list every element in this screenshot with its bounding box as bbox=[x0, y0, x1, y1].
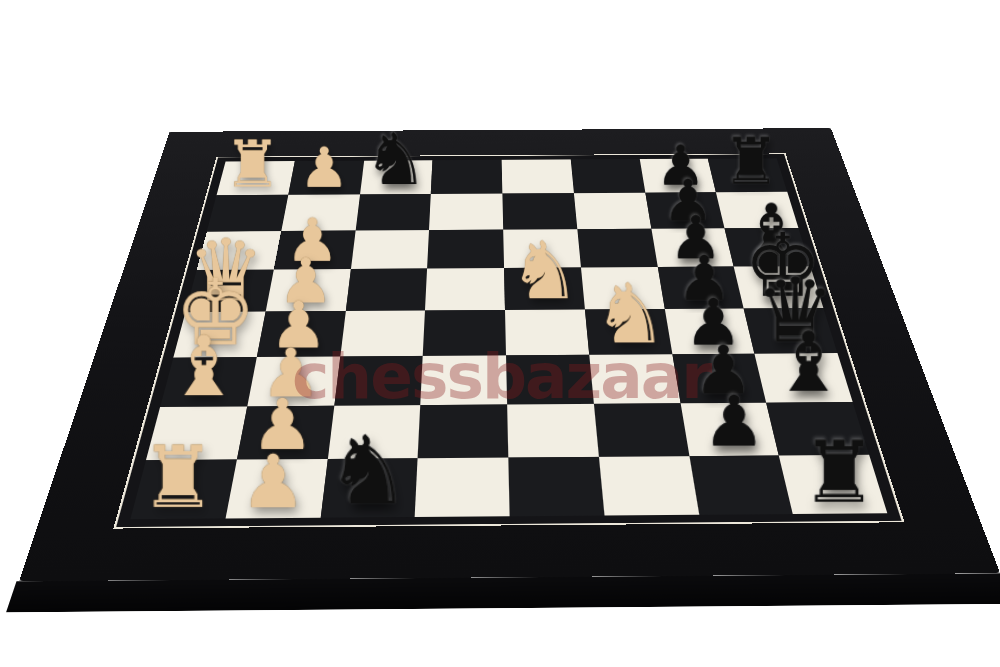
square-e5[interactable]: ♞ bbox=[504, 268, 585, 310]
board-grid: ♜♟♞♟♜♟♟♟♝♛♟♞♟♚♚♟♞♟♛♝♟♟♝♟♟♜♟♞♜ bbox=[130, 158, 887, 519]
square-a3[interactable]: ♞ bbox=[320, 458, 418, 517]
square-h6[interactable] bbox=[571, 159, 645, 193]
square-f6[interactable] bbox=[577, 229, 657, 268]
board-scene: ♜♟♞♟♜♟♟♟♝♛♟♞♟♚♚♟♞♟♛♝♟♟♝♟♟♜♟♞♜ bbox=[0, 0, 1000, 667]
square-g6[interactable] bbox=[574, 193, 651, 229]
square-e4[interactable] bbox=[425, 268, 505, 310]
black-rook-a8[interactable]: ♜ bbox=[792, 430, 886, 515]
white-pawn-h2[interactable]: ♟ bbox=[288, 140, 359, 195]
square-h4[interactable] bbox=[431, 160, 502, 194]
square-e3[interactable] bbox=[345, 269, 427, 311]
white-pawn-a2[interactable]: ♟ bbox=[226, 446, 321, 520]
square-a6[interactable] bbox=[599, 456, 699, 515]
white-rook-h1[interactable]: ♜ bbox=[217, 132, 288, 196]
black-rook-h8[interactable]: ♜ bbox=[716, 129, 787, 193]
square-a5[interactable] bbox=[508, 457, 604, 516]
square-g4[interactable] bbox=[429, 193, 503, 229]
white-rook-a1[interactable]: ♜ bbox=[131, 435, 226, 520]
black-knight-a3[interactable]: ♞ bbox=[320, 424, 415, 519]
black-knight-h3[interactable]: ♞ bbox=[360, 124, 431, 196]
square-g3[interactable] bbox=[355, 194, 431, 231]
white-bishop-c1[interactable]: ♝ bbox=[161, 325, 248, 408]
square-f3[interactable] bbox=[350, 230, 429, 269]
square-a7[interactable] bbox=[689, 456, 793, 515]
square-a4[interactable] bbox=[415, 458, 510, 517]
square-h2[interactable]: ♟ bbox=[288, 161, 364, 195]
photo-canvas: ♜♟♞♟♜♟♟♟♝♛♟♞♟♚♚♟♞♟♛♝♟♟♝♟♟♜♟♞♜ chessbazaa… bbox=[0, 0, 1000, 667]
chessbazaar-watermark: chessbazaar bbox=[292, 340, 692, 413]
square-a2[interactable]: ♟ bbox=[225, 459, 327, 518]
square-h5[interactable] bbox=[502, 159, 574, 193]
square-a8[interactable]: ♜ bbox=[779, 455, 887, 514]
square-a1[interactable]: ♜ bbox=[130, 460, 236, 519]
square-f4[interactable] bbox=[427, 229, 504, 268]
board-side-face bbox=[6, 573, 1000, 612]
white-knight-e5[interactable]: ♞ bbox=[505, 231, 585, 311]
square-h1[interactable]: ♜ bbox=[217, 161, 295, 195]
square-h3[interactable]: ♞ bbox=[360, 160, 433, 194]
